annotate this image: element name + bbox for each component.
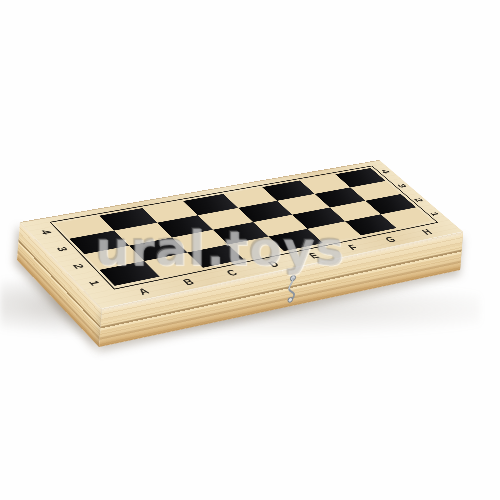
latch-hook-icon bbox=[283, 272, 301, 305]
product-photo-scene: 4321 4321 ABCDEFGH ural.toys bbox=[0, 0, 500, 500]
